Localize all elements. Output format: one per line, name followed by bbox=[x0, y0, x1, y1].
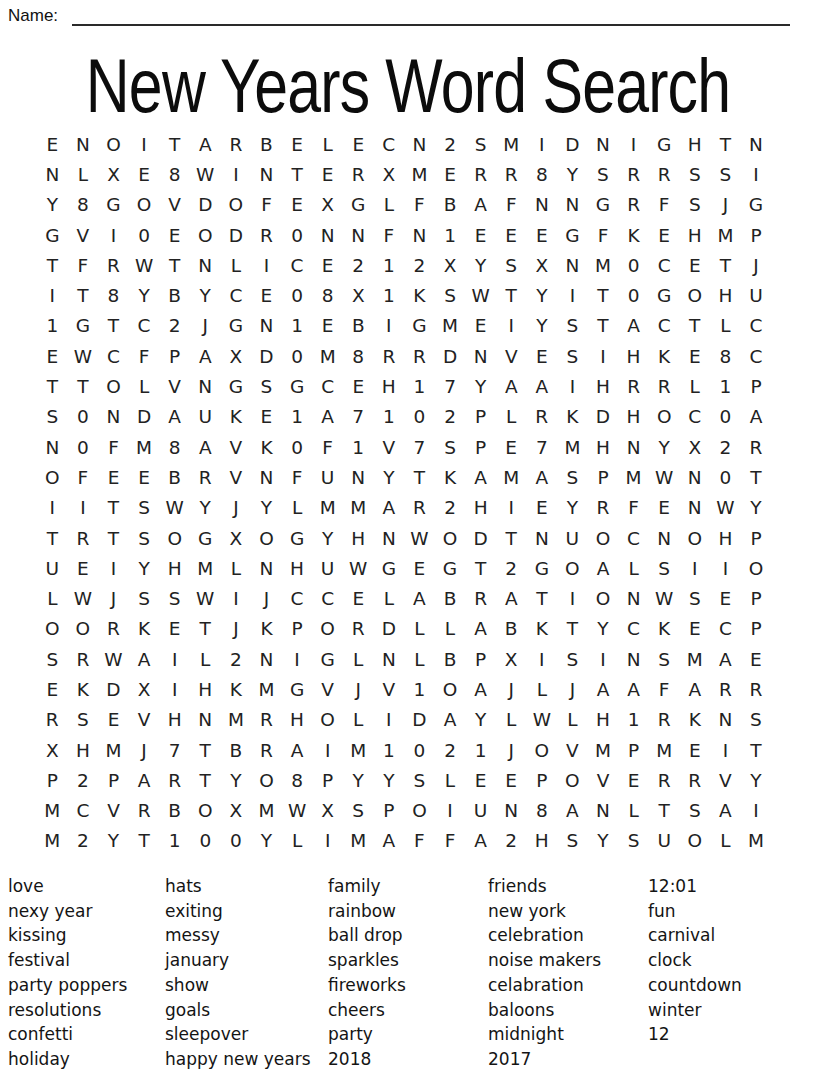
grid-cell[interactable]: 8 bbox=[282, 765, 313, 795]
grid-cell[interactable]: O bbox=[741, 553, 772, 583]
grid-cell[interactable]: T bbox=[190, 765, 221, 795]
grid-cell[interactable]: T bbox=[98, 311, 129, 341]
grid-cell[interactable]: N bbox=[190, 705, 221, 735]
grid-cell[interactable]: B bbox=[435, 190, 466, 220]
grid-cell[interactable]: J bbox=[343, 674, 374, 704]
grid-cell[interactable]: 0 bbox=[190, 826, 221, 856]
grid-cell[interactable]: H bbox=[588, 705, 619, 735]
grid-cell[interactable]: D bbox=[190, 190, 221, 220]
grid-cell[interactable]: O bbox=[37, 462, 68, 492]
grid-cell[interactable]: W bbox=[98, 644, 129, 674]
grid-cell[interactable]: U bbox=[312, 553, 343, 583]
grid-cell[interactable]: 2 bbox=[496, 553, 527, 583]
grid-cell[interactable]: L bbox=[618, 796, 649, 826]
grid-cell[interactable]: R bbox=[251, 735, 282, 765]
grid-cell[interactable]: A bbox=[404, 583, 435, 613]
grid-cell[interactable]: 2 bbox=[343, 250, 374, 280]
grid-cell[interactable]: W bbox=[159, 493, 190, 523]
grid-cell[interactable]: R bbox=[68, 523, 99, 553]
grid-cell[interactable]: F bbox=[649, 190, 680, 220]
grid-cell[interactable]: G bbox=[649, 129, 680, 159]
grid-cell[interactable]: L bbox=[496, 402, 527, 432]
grid-cell[interactable]: D bbox=[129, 402, 160, 432]
grid-cell[interactable]: E bbox=[527, 493, 558, 523]
grid-cell[interactable]: I bbox=[588, 341, 619, 371]
grid-cell[interactable]: O bbox=[221, 190, 252, 220]
grid-cell[interactable]: H bbox=[68, 735, 99, 765]
grid-cell[interactable]: U bbox=[465, 796, 496, 826]
grid-cell[interactable]: R bbox=[741, 432, 772, 462]
grid-cell[interactable]: Y bbox=[221, 765, 252, 795]
grid-cell[interactable]: G bbox=[37, 220, 68, 250]
grid-cell[interactable]: A bbox=[527, 371, 558, 401]
grid-cell[interactable]: 8 bbox=[710, 341, 741, 371]
grid-cell[interactable]: 0 bbox=[221, 826, 252, 856]
grid-cell[interactable]: 0 bbox=[618, 250, 649, 280]
grid-cell[interactable]: N bbox=[618, 432, 649, 462]
grid-cell[interactable]: C bbox=[618, 523, 649, 553]
grid-cell[interactable]: R bbox=[710, 674, 741, 704]
grid-cell[interactable]: E bbox=[68, 553, 99, 583]
grid-cell[interactable]: I bbox=[159, 644, 190, 674]
grid-cell[interactable]: 1 bbox=[374, 280, 405, 310]
grid-cell[interactable]: C bbox=[312, 583, 343, 613]
grid-cell[interactable]: W bbox=[527, 705, 558, 735]
grid-cell[interactable]: A bbox=[312, 402, 343, 432]
grid-cell[interactable]: E bbox=[496, 432, 527, 462]
grid-cell[interactable]: E bbox=[98, 705, 129, 735]
grid-cell[interactable]: G bbox=[221, 371, 252, 401]
grid-cell[interactable]: F bbox=[496, 190, 527, 220]
grid-cell[interactable]: I bbox=[557, 583, 588, 613]
grid-cell[interactable]: A bbox=[557, 796, 588, 826]
grid-cell[interactable]: G bbox=[221, 311, 252, 341]
grid-cell[interactable]: V bbox=[374, 432, 405, 462]
grid-cell[interactable]: Y bbox=[741, 765, 772, 795]
grid-cell[interactable]: N bbox=[251, 311, 282, 341]
grid-cell[interactable]: O bbox=[251, 523, 282, 553]
grid-cell[interactable]: G bbox=[588, 190, 619, 220]
grid-cell[interactable]: U bbox=[312, 462, 343, 492]
grid-cell[interactable]: P bbox=[159, 341, 190, 371]
grid-cell[interactable]: Y bbox=[527, 280, 558, 310]
grid-cell[interactable]: O bbox=[37, 614, 68, 644]
grid-cell[interactable]: Y bbox=[190, 493, 221, 523]
grid-cell[interactable]: D bbox=[588, 402, 619, 432]
grid-cell[interactable]: K bbox=[557, 402, 588, 432]
grid-cell[interactable]: M bbox=[312, 341, 343, 371]
grid-cell[interactable]: K bbox=[68, 674, 99, 704]
grid-cell[interactable]: V bbox=[496, 341, 527, 371]
grid-cell[interactable]: 2 bbox=[435, 402, 466, 432]
grid-cell[interactable]: A bbox=[435, 705, 466, 735]
grid-cell[interactable]: B bbox=[221, 735, 252, 765]
grid-cell[interactable]: I bbox=[741, 159, 772, 189]
grid-cell[interactable]: I bbox=[312, 735, 343, 765]
grid-cell[interactable]: E bbox=[527, 220, 558, 250]
grid-cell[interactable]: T bbox=[190, 735, 221, 765]
grid-cell[interactable]: N bbox=[527, 190, 558, 220]
grid-cell[interactable]: 2 bbox=[159, 311, 190, 341]
grid-cell[interactable]: M bbox=[435, 311, 466, 341]
grid-cell[interactable]: A bbox=[465, 190, 496, 220]
grid-cell[interactable]: 2 bbox=[435, 493, 466, 523]
grid-cell[interactable]: F bbox=[435, 826, 466, 856]
grid-cell[interactable]: S bbox=[496, 250, 527, 280]
grid-cell[interactable]: N bbox=[741, 129, 772, 159]
grid-cell[interactable]: V bbox=[221, 432, 252, 462]
grid-cell[interactable]: H bbox=[588, 371, 619, 401]
grid-cell[interactable]: H bbox=[710, 523, 741, 553]
grid-cell[interactable]: B bbox=[159, 280, 190, 310]
grid-cell[interactable]: R bbox=[190, 462, 221, 492]
grid-cell[interactable]: N bbox=[557, 190, 588, 220]
grid-cell[interactable]: X bbox=[496, 644, 527, 674]
grid-cell[interactable]: R bbox=[37, 705, 68, 735]
grid-cell[interactable]: I bbox=[435, 796, 466, 826]
grid-cell[interactable]: H bbox=[190, 674, 221, 704]
grid-cell[interactable]: N bbox=[649, 523, 680, 553]
grid-cell[interactable]: V bbox=[374, 674, 405, 704]
grid-cell[interactable]: E bbox=[679, 735, 710, 765]
grid-cell[interactable]: D bbox=[465, 523, 496, 553]
grid-cell[interactable]: 0 bbox=[404, 735, 435, 765]
grid-cell[interactable]: N bbox=[404, 129, 435, 159]
grid-cell[interactable]: N bbox=[374, 523, 405, 553]
grid-cell[interactable]: W bbox=[465, 280, 496, 310]
grid-cell[interactable]: M bbox=[190, 553, 221, 583]
grid-cell[interactable]: X bbox=[312, 190, 343, 220]
grid-cell[interactable]: T bbox=[190, 614, 221, 644]
grid-cell[interactable]: T bbox=[37, 371, 68, 401]
grid-cell[interactable]: C bbox=[282, 250, 313, 280]
grid-cell[interactable]: T bbox=[159, 250, 190, 280]
grid-cell[interactable]: P bbox=[374, 796, 405, 826]
grid-cell[interactable]: T bbox=[496, 280, 527, 310]
grid-cell[interactable]: Y bbox=[98, 826, 129, 856]
grid-cell[interactable]: F bbox=[251, 190, 282, 220]
grid-cell[interactable]: 7 bbox=[527, 432, 558, 462]
grid-cell[interactable]: 8 bbox=[68, 190, 99, 220]
grid-cell[interactable]: R bbox=[649, 371, 680, 401]
grid-cell[interactable]: E bbox=[741, 644, 772, 674]
grid-cell[interactable]: Y bbox=[465, 371, 496, 401]
grid-cell[interactable]: U bbox=[649, 826, 680, 856]
grid-cell[interactable]: S bbox=[679, 583, 710, 613]
grid-cell[interactable]: T bbox=[98, 523, 129, 553]
grid-cell[interactable]: T bbox=[404, 462, 435, 492]
grid-cell[interactable]: W bbox=[282, 796, 313, 826]
grid-cell[interactable]: 0 bbox=[404, 402, 435, 432]
grid-cell[interactable]: E bbox=[251, 280, 282, 310]
grid-cell[interactable]: S bbox=[679, 190, 710, 220]
grid-cell[interactable]: I bbox=[710, 735, 741, 765]
grid-cell[interactable]: K bbox=[527, 614, 558, 644]
grid-cell[interactable]: L bbox=[557, 705, 588, 735]
grid-cell[interactable]: O bbox=[435, 523, 466, 553]
grid-cell[interactable]: N bbox=[251, 159, 282, 189]
grid-cell[interactable]: E bbox=[435, 159, 466, 189]
grid-cell[interactable]: A bbox=[465, 462, 496, 492]
grid-cell[interactable]: V bbox=[159, 371, 190, 401]
grid-cell[interactable]: B bbox=[435, 583, 466, 613]
grid-cell[interactable]: T bbox=[588, 280, 619, 310]
grid-cell[interactable]: O bbox=[404, 796, 435, 826]
grid-cell[interactable]: I bbox=[588, 644, 619, 674]
grid-cell[interactable]: R bbox=[496, 159, 527, 189]
grid-cell[interactable]: E bbox=[649, 220, 680, 250]
grid-cell[interactable]: L bbox=[404, 644, 435, 674]
grid-cell[interactable]: R bbox=[159, 765, 190, 795]
grid-cell[interactable]: M bbox=[251, 796, 282, 826]
grid-cell[interactable]: T bbox=[496, 523, 527, 553]
grid-cell[interactable]: M bbox=[251, 674, 282, 704]
grid-cell[interactable]: 2 bbox=[435, 735, 466, 765]
grid-cell[interactable]: O bbox=[98, 129, 129, 159]
grid-cell[interactable]: I bbox=[312, 826, 343, 856]
grid-cell[interactable]: 2 bbox=[68, 765, 99, 795]
grid-cell[interactable]: N bbox=[618, 644, 649, 674]
grid-cell[interactable]: P bbox=[741, 583, 772, 613]
grid-cell[interactable]: E bbox=[37, 674, 68, 704]
grid-cell[interactable]: C bbox=[374, 129, 405, 159]
grid-cell[interactable]: X bbox=[129, 674, 160, 704]
grid-cell[interactable]: T bbox=[741, 735, 772, 765]
grid-cell[interactable]: N bbox=[251, 644, 282, 674]
grid-cell[interactable]: T bbox=[649, 796, 680, 826]
grid-cell[interactable]: S bbox=[68, 705, 99, 735]
grid-cell[interactable]: K bbox=[649, 614, 680, 644]
grid-cell[interactable]: T bbox=[98, 493, 129, 523]
grid-cell[interactable]: I bbox=[557, 371, 588, 401]
grid-cell[interactable]: L bbox=[710, 311, 741, 341]
grid-cell[interactable]: T bbox=[710, 250, 741, 280]
grid-cell[interactable]: 1 bbox=[404, 674, 435, 704]
grid-cell[interactable]: G bbox=[374, 553, 405, 583]
grid-cell[interactable]: A bbox=[465, 614, 496, 644]
grid-cell[interactable]: R bbox=[98, 250, 129, 280]
grid-cell[interactable]: L bbox=[190, 644, 221, 674]
grid-cell[interactable]: I bbox=[496, 311, 527, 341]
grid-cell[interactable]: 1 bbox=[37, 311, 68, 341]
grid-cell[interactable]: E bbox=[282, 129, 313, 159]
grid-cell[interactable]: Y bbox=[251, 493, 282, 523]
grid-cell[interactable]: F bbox=[282, 462, 313, 492]
grid-cell[interactable]: S bbox=[435, 432, 466, 462]
grid-cell[interactable]: E bbox=[465, 220, 496, 250]
grid-cell[interactable]: R bbox=[404, 493, 435, 523]
grid-cell[interactable]: N bbox=[251, 553, 282, 583]
grid-cell[interactable]: 1 bbox=[374, 735, 405, 765]
grid-cell[interactable]: E bbox=[404, 553, 435, 583]
grid-cell[interactable]: A bbox=[679, 674, 710, 704]
grid-cell[interactable]: O bbox=[129, 190, 160, 220]
grid-cell[interactable]: R bbox=[251, 705, 282, 735]
grid-cell[interactable]: 0 bbox=[68, 402, 99, 432]
grid-cell[interactable]: 1 bbox=[282, 311, 313, 341]
grid-cell[interactable]: A bbox=[710, 796, 741, 826]
grid-cell[interactable]: U bbox=[741, 280, 772, 310]
grid-cell[interactable]: X bbox=[435, 250, 466, 280]
grid-cell[interactable]: S bbox=[557, 644, 588, 674]
grid-cell[interactable]: M bbox=[221, 705, 252, 735]
grid-cell[interactable]: 8 bbox=[159, 432, 190, 462]
grid-cell[interactable]: I bbox=[618, 129, 649, 159]
grid-cell[interactable]: M bbox=[37, 796, 68, 826]
grid-cell[interactable]: R bbox=[221, 129, 252, 159]
grid-cell[interactable]: C bbox=[129, 311, 160, 341]
grid-cell[interactable]: M bbox=[343, 826, 374, 856]
grid-cell[interactable]: S bbox=[129, 493, 160, 523]
grid-cell[interactable]: A bbox=[618, 674, 649, 704]
grid-cell[interactable]: T bbox=[282, 159, 313, 189]
grid-cell[interactable]: H bbox=[159, 553, 190, 583]
grid-cell[interactable]: W bbox=[190, 583, 221, 613]
grid-cell[interactable]: 8 bbox=[527, 159, 558, 189]
grid-cell[interactable]: P bbox=[465, 432, 496, 462]
grid-cell[interactable]: B bbox=[159, 796, 190, 826]
grid-cell[interactable]: T bbox=[465, 553, 496, 583]
grid-cell[interactable]: N bbox=[190, 371, 221, 401]
grid-cell[interactable]: P bbox=[465, 644, 496, 674]
grid-cell[interactable]: C bbox=[710, 614, 741, 644]
grid-cell[interactable]: O bbox=[679, 523, 710, 553]
grid-cell[interactable]: D bbox=[251, 341, 282, 371]
grid-cell[interactable]: E bbox=[679, 250, 710, 280]
grid-cell[interactable]: R bbox=[251, 220, 282, 250]
grid-cell[interactable]: T bbox=[68, 371, 99, 401]
grid-cell[interactable]: S bbox=[465, 129, 496, 159]
grid-cell[interactable]: G bbox=[557, 220, 588, 250]
grid-cell[interactable]: R bbox=[618, 371, 649, 401]
grid-cell[interactable]: W bbox=[68, 341, 99, 371]
grid-cell[interactable]: A bbox=[129, 765, 160, 795]
grid-cell[interactable]: 2 bbox=[68, 826, 99, 856]
grid-cell[interactable]: V bbox=[159, 190, 190, 220]
grid-cell[interactable]: K bbox=[251, 432, 282, 462]
grid-cell[interactable]: L bbox=[374, 583, 405, 613]
grid-cell[interactable]: E bbox=[649, 493, 680, 523]
grid-cell[interactable]: M bbox=[588, 250, 619, 280]
grid-cell[interactable]: W bbox=[190, 159, 221, 189]
grid-cell[interactable]: L bbox=[527, 674, 558, 704]
grid-cell[interactable]: K bbox=[404, 280, 435, 310]
grid-cell[interactable]: O bbox=[159, 523, 190, 553]
grid-cell[interactable]: O bbox=[588, 583, 619, 613]
grid-cell[interactable]: 8 bbox=[98, 280, 129, 310]
grid-cell[interactable]: V bbox=[221, 462, 252, 492]
grid-cell[interactable]: T bbox=[129, 826, 160, 856]
grid-cell[interactable]: H bbox=[465, 493, 496, 523]
grid-cell[interactable]: W bbox=[710, 493, 741, 523]
grid-cell[interactable]: G bbox=[343, 190, 374, 220]
grid-cell[interactable]: O bbox=[679, 280, 710, 310]
grid-cell[interactable]: O bbox=[527, 735, 558, 765]
grid-cell[interactable]: A bbox=[374, 493, 405, 523]
grid-cell[interactable]: V bbox=[98, 796, 129, 826]
grid-cell[interactable]: L bbox=[68, 159, 99, 189]
grid-cell[interactable]: G bbox=[741, 190, 772, 220]
grid-cell[interactable]: J bbox=[190, 311, 221, 341]
grid-cell[interactable]: X bbox=[221, 523, 252, 553]
grid-cell[interactable]: C bbox=[618, 614, 649, 644]
grid-cell[interactable]: H bbox=[679, 129, 710, 159]
grid-cell[interactable]: T bbox=[741, 462, 772, 492]
grid-cell[interactable]: K bbox=[251, 614, 282, 644]
grid-cell[interactable]: X bbox=[98, 159, 129, 189]
grid-cell[interactable]: S bbox=[649, 644, 680, 674]
grid-cell[interactable]: Y bbox=[465, 705, 496, 735]
grid-cell[interactable]: O bbox=[251, 765, 282, 795]
grid-cell[interactable]: E bbox=[465, 311, 496, 341]
grid-cell[interactable]: L bbox=[37, 583, 68, 613]
grid-cell[interactable]: J bbox=[557, 674, 588, 704]
grid-cell[interactable]: F bbox=[312, 432, 343, 462]
grid-cell[interactable]: M bbox=[710, 220, 741, 250]
grid-cell[interactable]: T bbox=[68, 280, 99, 310]
grid-cell[interactable]: P bbox=[618, 735, 649, 765]
grid-cell[interactable]: I bbox=[251, 250, 282, 280]
grid-cell[interactable]: R bbox=[68, 644, 99, 674]
grid-cell[interactable]: 0 bbox=[129, 220, 160, 250]
grid-cell[interactable]: E bbox=[129, 159, 160, 189]
grid-cell[interactable]: 1 bbox=[374, 250, 405, 280]
grid-cell[interactable]: J bbox=[496, 674, 527, 704]
grid-cell[interactable]: L bbox=[312, 129, 343, 159]
grid-cell[interactable]: M bbox=[343, 735, 374, 765]
grid-cell[interactable]: 2 bbox=[404, 250, 435, 280]
grid-cell[interactable]: R bbox=[649, 705, 680, 735]
grid-cell[interactable]: N bbox=[312, 220, 343, 250]
grid-cell[interactable]: B bbox=[435, 644, 466, 674]
grid-cell[interactable]: E bbox=[618, 765, 649, 795]
grid-cell[interactable]: A bbox=[465, 674, 496, 704]
grid-cell[interactable]: H bbox=[618, 402, 649, 432]
grid-cell[interactable]: N bbox=[343, 220, 374, 250]
grid-cell[interactable]: N bbox=[190, 250, 221, 280]
grid-cell[interactable]: F bbox=[129, 341, 160, 371]
grid-cell[interactable]: 8 bbox=[527, 796, 558, 826]
grid-cell[interactable]: 0 bbox=[618, 280, 649, 310]
grid-cell[interactable]: V bbox=[68, 220, 99, 250]
grid-cell[interactable]: 2 bbox=[435, 129, 466, 159]
grid-cell[interactable]: I bbox=[679, 553, 710, 583]
grid-cell[interactable]: N bbox=[68, 129, 99, 159]
grid-cell[interactable]: Y bbox=[588, 614, 619, 644]
grid-cell[interactable]: I bbox=[98, 220, 129, 250]
grid-cell[interactable]: C bbox=[98, 341, 129, 371]
grid-cell[interactable]: 0 bbox=[282, 280, 313, 310]
grid-cell[interactable]: T bbox=[679, 311, 710, 341]
grid-cell[interactable]: N bbox=[710, 705, 741, 735]
grid-cell[interactable]: N bbox=[37, 159, 68, 189]
grid-cell[interactable]: M bbox=[618, 462, 649, 492]
grid-cell[interactable]: T bbox=[37, 250, 68, 280]
grid-cell[interactable]: I bbox=[221, 159, 252, 189]
grid-cell[interactable]: N bbox=[343, 462, 374, 492]
grid-cell[interactable]: I bbox=[710, 553, 741, 583]
grid-cell[interactable]: W bbox=[404, 523, 435, 553]
grid-cell[interactable]: 0 bbox=[282, 341, 313, 371]
grid-cell[interactable]: 1 bbox=[343, 432, 374, 462]
grid-cell[interactable]: T bbox=[159, 129, 190, 159]
grid-cell[interactable]: H bbox=[527, 826, 558, 856]
grid-cell[interactable]: O bbox=[557, 765, 588, 795]
grid-cell[interactable]: F bbox=[404, 190, 435, 220]
grid-cell[interactable]: E bbox=[343, 371, 374, 401]
grid-cell[interactable]: E bbox=[710, 583, 741, 613]
grid-cell[interactable]: Y bbox=[190, 280, 221, 310]
